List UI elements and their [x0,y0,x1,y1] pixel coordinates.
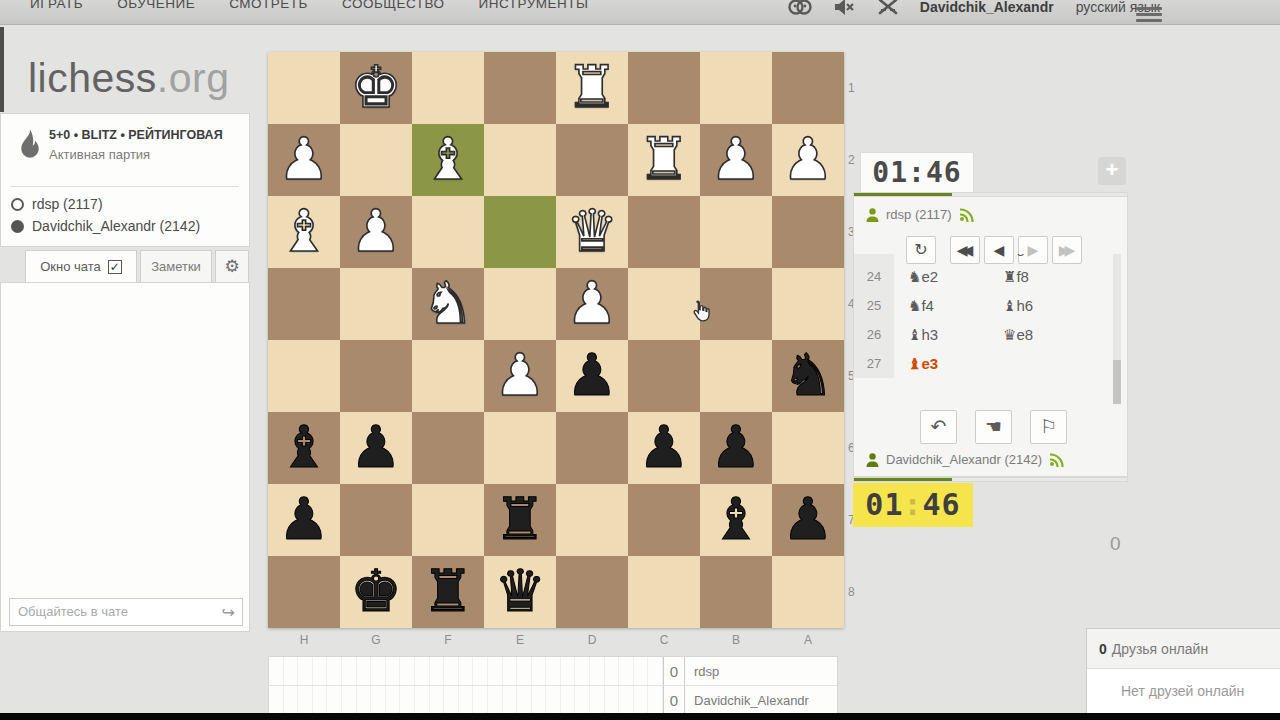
player-time-bar [853,477,1128,482]
square-b3[interactable] [700,196,772,268]
broadcast-signal-icon [959,208,975,222]
square-c3[interactable] [628,196,700,268]
crosstable-game-cell[interactable] [561,686,576,715]
black-pawn[interactable]: ♟ [628,412,700,484]
crosstable-game-cell[interactable] [605,686,620,715]
crosstable-game-cell[interactable] [532,686,547,715]
square-g1[interactable]: ♚ [340,52,412,124]
file-label-c: C [628,633,700,647]
white-player-line[interactable]: rdsp (2117) [11,196,103,212]
square-e2[interactable] [484,124,556,196]
nav-watch[interactable]: СМОТРЕТЬ [229,0,308,11]
square-b2[interactable]: ♟ [700,124,772,196]
rank-label-1: 1 [848,81,862,95]
file-label-f: F [412,633,484,647]
square-g3[interactable]: ♟ [340,196,412,268]
black-queen[interactable]: ♛ [484,556,556,628]
crosstable-game-cell[interactable] [605,657,620,685]
crosstable-game-cell[interactable] [430,657,445,685]
chat-enabled-checkbox[interactable]: ✓ [108,260,122,274]
square-c2[interactable]: ♜ [628,124,700,196]
file-label-d: D [556,633,628,647]
square-a6[interactable] [772,412,844,484]
white-knight[interactable]: ♞ [412,268,484,340]
crosstable-game-cell[interactable] [357,686,372,715]
square-d3[interactable]: ♛ [556,196,628,268]
black-pawn[interactable]: ♟ [268,484,340,556]
square-c7[interactable] [628,484,700,556]
white-bishop[interactable]: ♝ [268,196,340,268]
crosstable-game-cell[interactable] [357,657,372,685]
sound-muted-icon[interactable] [834,0,856,15]
black-king[interactable]: ♚ [340,556,412,628]
crosstable-score: 0 [663,657,685,685]
square-c8[interactable] [628,556,700,628]
square-f6[interactable] [412,412,484,484]
online-person-icon [866,208,879,222]
square-f5[interactable] [412,340,484,412]
square-d2[interactable] [556,124,628,196]
current-user[interactable]: Davidchik_Alexandr [920,0,1054,15]
square-b7[interactable]: ♝ [700,484,772,556]
square-h7[interactable]: ♟ [268,484,340,556]
crosstable-game-cell[interactable] [473,686,488,715]
online-person-icon [866,453,879,467]
crosstable-game-cell[interactable] [342,686,357,715]
black-pawn[interactable]: ♟ [772,484,844,556]
crosstable-game-cell[interactable] [503,657,518,685]
crosstable-game-cell[interactable] [473,657,488,685]
square-f3[interactable] [412,196,484,268]
square-e4[interactable] [484,268,556,340]
letterbox-bar [0,713,1280,720]
crosstable-game-cell[interactable] [634,657,649,685]
square-e1[interactable] [484,52,556,124]
move-row-25[interactable]: 25♞f4♝h6 [854,291,1112,320]
square-h3[interactable]: ♝ [268,196,340,268]
mouse-hand-cursor [688,298,714,324]
black-rook[interactable]: ♜ [484,484,556,556]
square-b8[interactable] [700,556,772,628]
friends-online-header[interactable]: 0Друзья онлайн [1087,629,1280,669]
opponent-clock: 01:46 [860,152,974,193]
move-row-27[interactable]: 27♝e3 [854,349,1112,378]
crosstable-score: 0 [663,686,685,715]
crosstable-game-cell[interactable] [503,686,518,715]
crosstable-player-name[interactable]: rdsp [685,657,837,685]
crosstable-game-cell[interactable] [444,686,459,715]
square-h8[interactable] [268,556,340,628]
takeback-button[interactable]: ↶ [920,410,957,444]
crosstable-game-cell[interactable] [386,657,401,685]
game-status: Активная партия [49,147,150,162]
crosstable-game-cell[interactable] [298,657,313,685]
chat-input[interactable]: Общайтесь в чате [9,598,243,626]
masks-icon[interactable] [788,0,812,16]
white-king[interactable]: ♚ [340,52,412,124]
square-e7[interactable]: ♜ [484,484,556,556]
square-d8[interactable] [556,556,628,628]
blitz-flame-icon [15,128,45,166]
crosstable-game-cell[interactable] [575,657,590,685]
white-pawn[interactable]: ♟ [556,268,628,340]
broadcast-signal-icon [1049,453,1065,467]
square-c1[interactable] [628,52,700,124]
action-buttons: ↶ ☚ ⚐ [920,410,1067,444]
crosstable-game-cell[interactable] [590,686,605,715]
game-series-crosstable: 0rdsp0Davidchik_Alexandr [268,656,838,716]
black-pawn[interactable]: ♟ [556,340,628,412]
black-pawn[interactable]: ♟ [340,412,412,484]
square-g5[interactable] [340,340,412,412]
crosstable-game-cell[interactable] [619,657,634,685]
challenge-swords-icon[interactable] [878,0,898,16]
add-time-button[interactable]: + [1098,157,1126,185]
crosstable-game-cell[interactable] [269,657,284,685]
square-c5[interactable] [628,340,700,412]
square-b5[interactable] [700,340,772,412]
square-d7[interactable] [556,484,628,556]
crosstable-game-cell[interactable] [619,686,634,715]
spectator-count: 0 [1110,533,1121,555]
square-a4[interactable] [772,268,844,340]
white-pawn[interactable]: ♟ [268,124,340,196]
crosstable-game-cell[interactable] [298,686,313,715]
black-bishop[interactable]: ♝ [700,484,772,556]
file-label-a: A [772,633,844,647]
crosstable-game-cell[interactable] [371,657,386,685]
crosstable-game-cell[interactable] [415,686,430,715]
nav-community[interactable]: СООБЩЕСТВО [342,0,445,11]
crosstable-game-cell[interactable] [415,657,430,685]
square-g6[interactable]: ♟ [340,412,412,484]
black-pawn[interactable]: ♟ [700,412,772,484]
white-pawn[interactable]: ♟ [772,124,844,196]
square-h1[interactable] [268,52,340,124]
move-row-24[interactable]: 24♞e2♜f8 [854,262,1112,291]
square-e3[interactable] [484,196,556,268]
nav-learn[interactable]: ОБУЧЕНИЕ [117,0,195,11]
friends-online-box: 0Друзья онлайн Нет друзей онлайн [1086,628,1280,715]
white-rook[interactable]: ♜ [628,124,700,196]
game-mode: 5+0 • BLITZ • РЕЙТИНГОВАЯ [49,128,223,142]
friends-online-empty: Нет друзей онлайн [1087,669,1280,714]
file-label-g: G [340,633,412,647]
rank-label-8: 8 [848,585,862,599]
crosstable-game-cell[interactable] [561,657,576,685]
crosstable-game-cell[interactable] [327,686,342,715]
hamburger-menu-icon[interactable] [1136,4,1162,25]
chat-settings-gear-icon[interactable]: ⚙ [215,250,249,283]
crosstable-game-cell[interactable] [342,657,357,685]
crosstable-game-cell[interactable] [459,686,474,715]
square-c6[interactable]: ♟ [628,412,700,484]
square-g8[interactable]: ♚ [340,556,412,628]
player-name-line[interactable]: Davidchik_Alexandr (2142) [866,452,1065,467]
nav-tools[interactable]: ИНСТРУМЕНТЫ [479,0,589,11]
file-label-h: H [268,633,340,647]
crosstable-game-cell[interactable] [400,657,415,685]
crosstable-player-name[interactable]: Davidchik_Alexandr [685,686,837,715]
square-a8[interactable] [772,556,844,628]
crosstable-game-cell[interactable] [488,686,503,715]
crosstable-game-cell[interactable] [400,686,415,715]
move-list[interactable]: 23c5♚g724♞e2♜f825♞f4♝h626♝h3♛e827♝e3 [854,254,1112,404]
square-g7[interactable] [340,484,412,556]
crosstable-game-cell[interactable] [575,686,590,715]
crosstable-game-cell[interactable] [313,686,328,715]
square-g4[interactable] [340,268,412,340]
draw-offer-hand-icon[interactable]: ☚ [975,410,1012,444]
crosstable-game-cell[interactable] [371,686,386,715]
chat-panel: Общайтесь в чате ↪ [0,282,250,632]
square-b1[interactable] [700,52,772,124]
crosstable-game-cell[interactable] [517,686,532,715]
crosstable-game-cell[interactable] [648,686,663,715]
crosstable-game-cell[interactable] [313,657,328,685]
square-a5[interactable]: ♞ [772,340,844,412]
square-d1[interactable]: ♜ [556,52,628,124]
crosstable-game-cell[interactable] [590,657,605,685]
crosstable-game-cell[interactable] [284,657,299,685]
game-info-box: 5+0 • BLITZ • РЕЙТИНГОВАЯ Активная парти… [0,113,250,247]
nav-play[interactable]: ИГРАТЬ [30,0,83,11]
square-b6[interactable]: ♟ [700,412,772,484]
tab-chat-window[interactable]: Окно чата✓ [25,250,137,283]
square-h6[interactable]: ♝ [268,412,340,484]
square-d4[interactable]: ♟ [556,268,628,340]
chat-send-icon[interactable]: ↪ [222,603,235,622]
crosstable-row: 0rdsp [269,657,837,686]
crosstable-game-cell[interactable] [430,686,445,715]
crosstable-game-cell[interactable] [488,657,503,685]
crosstable-game-cell[interactable] [327,657,342,685]
resign-flag-button[interactable]: ⚐ [1030,410,1067,444]
square-a2[interactable]: ♟ [772,124,844,196]
player-clock-active: 01:46 [853,483,973,527]
file-label-b: B [700,633,772,647]
black-bishop[interactable]: ♝ [268,412,340,484]
crosstable-game-cell[interactable] [444,657,459,685]
top-navbar: ИГРАТЬ ОБУЧЕНИЕ СМОТРЕТЬ СООБЩЕСТВО ИНСТ… [0,0,1280,25]
square-a1[interactable] [772,52,844,124]
lichess-logo[interactable]: lichess.org [28,55,229,102]
white-pawn[interactable]: ♟ [484,340,556,412]
white-color-icon [11,198,24,211]
black-knight[interactable]: ♞ [772,340,844,412]
crosstable-game-cell[interactable] [517,657,532,685]
square-e5[interactable]: ♟ [484,340,556,412]
move-list-scrollbar[interactable] [1113,254,1121,404]
file-label-e: E [484,633,556,647]
square-f7[interactable] [412,484,484,556]
square-e8[interactable]: ♛ [484,556,556,628]
move-row-26[interactable]: 26♝h3♛e8 [854,320,1112,349]
crosstable-game-cell[interactable] [546,657,561,685]
square-e6[interactable] [484,412,556,484]
main-menu: ИГРАТЬ ОБУЧЕНИЕ СМОТРЕТЬ СООБЩЕСТВО ИНСТ… [30,0,589,11]
game-side-panel: rdsp (2117) ↻ ◀◀ ◀ ▶ ▶▶ 23c5♚g724♞e2♜f82… [853,197,1128,477]
crosstable-game-cell[interactable] [269,686,284,715]
crosstable-game-cell[interactable] [284,686,299,715]
white-bishop[interactable]: ♝ [412,124,484,196]
black-rook[interactable]: ♜ [412,556,484,628]
square-f2[interactable]: ♝ [412,124,484,196]
square-f4[interactable]: ♞ [412,268,484,340]
crosstable-game-cell[interactable] [532,657,547,685]
square-g2[interactable] [340,124,412,196]
crosstable-game-cell[interactable] [648,657,663,685]
square-a7[interactable]: ♟ [772,484,844,556]
opponent-name-line[interactable]: rdsp (2117) [866,207,975,222]
square-f8[interactable]: ♜ [412,556,484,628]
move-row-23[interactable]: 23c5♚g7 [854,254,1112,262]
video-artifact-strip [0,27,4,112]
white-pawn[interactable]: ♟ [700,124,772,196]
square-h2[interactable]: ♟ [268,124,340,196]
white-rook[interactable]: ♜ [556,52,628,124]
crosstable-row: 0Davidchik_Alexandr [269,686,837,715]
white-queen[interactable]: ♛ [556,196,628,268]
square-h5[interactable] [268,340,340,412]
square-d5[interactable]: ♟ [556,340,628,412]
square-f1[interactable] [412,52,484,124]
white-pawn[interactable]: ♟ [340,196,412,268]
black-player-line[interactable]: Davidchik_Alexandr (2142) [11,218,200,234]
square-d6[interactable] [556,412,628,484]
crosstable-game-cell[interactable] [634,686,649,715]
chess-board[interactable]: ♚♜♟♝♜♟♟♝♟♛♞♟♟♟♞♝♟♟♟♟♜♝♟♚♜♛ [268,52,844,628]
square-a3[interactable] [772,196,844,268]
crosstable-game-cell[interactable] [546,686,561,715]
black-color-icon [11,220,24,233]
tab-notes[interactable]: Заметки [140,250,212,283]
crosstable-game-cell[interactable] [386,686,401,715]
square-h4[interactable] [268,268,340,340]
crosstable-game-cell[interactable] [459,657,474,685]
